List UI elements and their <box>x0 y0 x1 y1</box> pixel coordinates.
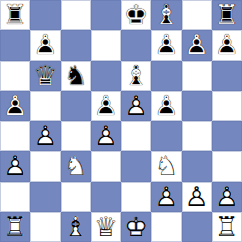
queen-outline-glyph: ♕ <box>91 212 121 242</box>
square-f7[interactable]: ♟♙ <box>151 30 181 60</box>
square-c1[interactable]: ♝♗ <box>61 212 91 242</box>
square-b3[interactable] <box>30 151 60 181</box>
pawn-outline-glyph: ♙ <box>121 91 151 121</box>
black-pawn[interactable]: ♟♙ <box>212 30 242 60</box>
square-h8[interactable]: ♜♖ <box>212 0 242 30</box>
white-pawn[interactable]: ♟♙ <box>0 151 30 181</box>
square-c4[interactable] <box>61 121 91 151</box>
black-pawn[interactable]: ♟♙ <box>151 30 181 60</box>
square-b6[interactable]: ♛♕ <box>30 61 60 91</box>
square-e8[interactable]: ♚♔ <box>121 0 151 30</box>
square-g6[interactable] <box>182 61 212 91</box>
square-e1[interactable]: ♚♔ <box>121 212 151 242</box>
knight-outline-glyph: ♘ <box>151 151 181 181</box>
black-knight[interactable]: ♞♘ <box>61 61 91 91</box>
square-g7[interactable]: ♟♙ <box>182 30 212 60</box>
pawn-outline-glyph: ♙ <box>212 182 242 212</box>
black-bishop[interactable]: ♝♗ <box>121 61 151 91</box>
square-c8[interactable] <box>61 0 91 30</box>
square-f4[interactable] <box>151 121 181 151</box>
black-rook[interactable]: ♜♖ <box>0 0 30 30</box>
bishop-outline-glyph: ♗ <box>61 212 91 242</box>
rook-outline-glyph: ♖ <box>212 212 242 242</box>
square-a1[interactable]: ♜♖ <box>0 212 30 242</box>
black-pawn[interactable]: ♟♙ <box>0 91 30 121</box>
square-h2[interactable]: ♟♙ <box>212 182 242 212</box>
square-e6[interactable]: ♝♗ <box>121 61 151 91</box>
square-e2[interactable] <box>121 182 151 212</box>
square-c3[interactable]: ♞♘ <box>61 151 91 181</box>
pawn-outline-glyph: ♙ <box>151 182 181 212</box>
bishop-outline-glyph: ♗ <box>121 61 151 91</box>
square-e5[interactable]: ♟♙ <box>121 91 151 121</box>
pawn-outline-glyph: ♙ <box>182 182 212 212</box>
square-a7[interactable] <box>0 30 30 60</box>
rook-outline-glyph: ♖ <box>0 0 30 30</box>
pawn-outline-glyph: ♙ <box>91 121 121 151</box>
pawn-outline-glyph: ♙ <box>212 30 242 60</box>
black-queen[interactable]: ♛♕ <box>30 61 60 91</box>
rook-outline-glyph: ♖ <box>0 212 30 242</box>
square-e7[interactable] <box>121 30 151 60</box>
black-pawn[interactable]: ♟♙ <box>182 30 212 60</box>
square-a5[interactable]: ♟♙ <box>0 91 30 121</box>
white-knight[interactable]: ♞♘ <box>151 151 181 181</box>
pawn-outline-glyph: ♙ <box>0 151 30 181</box>
square-f5[interactable]: ♟♙ <box>151 91 181 121</box>
white-queen[interactable]: ♛♕ <box>91 212 121 242</box>
square-a4[interactable] <box>0 121 30 151</box>
white-pawn[interactable]: ♟♙ <box>91 121 121 151</box>
square-g4[interactable] <box>182 121 212 151</box>
square-h3[interactable] <box>212 151 242 181</box>
square-b8[interactable] <box>30 0 60 30</box>
bishop-outline-glyph: ♗ <box>151 0 181 30</box>
pawn-outline-glyph: ♙ <box>30 30 60 60</box>
white-rook[interactable]: ♜♖ <box>0 212 30 242</box>
square-d5[interactable]: ♟♙ <box>91 91 121 121</box>
pawn-outline-glyph: ♙ <box>0 91 30 121</box>
black-rook[interactable]: ♜♖ <box>212 0 242 30</box>
square-h6[interactable] <box>212 61 242 91</box>
square-a3[interactable]: ♟♙ <box>0 151 30 181</box>
white-pawn[interactable]: ♟♙ <box>182 182 212 212</box>
square-h5[interactable] <box>212 91 242 121</box>
white-knight[interactable]: ♞♘ <box>61 151 91 181</box>
white-bishop[interactable]: ♝♗ <box>61 212 91 242</box>
black-king[interactable]: ♚♔ <box>121 0 151 30</box>
square-b5[interactable] <box>30 91 60 121</box>
pawn-outline-glyph: ♙ <box>182 30 212 60</box>
square-g3[interactable] <box>182 151 212 181</box>
square-a8[interactable]: ♜♖ <box>0 0 30 30</box>
square-h7[interactable]: ♟♙ <box>212 30 242 60</box>
square-c2[interactable] <box>61 182 91 212</box>
square-f1[interactable] <box>151 212 181 242</box>
square-f6[interactable] <box>151 61 181 91</box>
knight-outline-glyph: ♘ <box>61 151 91 181</box>
square-g2[interactable]: ♟♙ <box>182 182 212 212</box>
pawn-outline-glyph: ♙ <box>91 91 121 121</box>
king-outline-glyph: ♔ <box>121 212 151 242</box>
square-d4[interactable]: ♟♙ <box>91 121 121 151</box>
square-f2[interactable]: ♟♙ <box>151 182 181 212</box>
black-pawn[interactable]: ♟♙ <box>151 91 181 121</box>
square-f3[interactable]: ♞♘ <box>151 151 181 181</box>
square-g8[interactable] <box>182 0 212 30</box>
white-pawn[interactable]: ♟♙ <box>212 182 242 212</box>
square-a6[interactable] <box>0 61 30 91</box>
square-g1[interactable] <box>182 212 212 242</box>
square-g5[interactable] <box>182 91 212 121</box>
square-h4[interactable] <box>212 121 242 151</box>
square-c6[interactable]: ♞♘ <box>61 61 91 91</box>
white-pawn[interactable]: ♟♙ <box>151 182 181 212</box>
square-d1[interactable]: ♛♕ <box>91 212 121 242</box>
square-d8[interactable] <box>91 0 121 30</box>
white-pawn[interactable]: ♟♙ <box>121 91 151 121</box>
knight-outline-glyph: ♘ <box>61 61 91 91</box>
queen-outline-glyph: ♕ <box>30 61 60 91</box>
rook-outline-glyph: ♖ <box>212 0 242 30</box>
pawn-outline-glyph: ♙ <box>30 121 60 151</box>
square-c7[interactable] <box>61 30 91 60</box>
square-b2[interactable] <box>30 182 60 212</box>
square-h1[interactable]: ♜♖ <box>212 212 242 242</box>
square-b7[interactable]: ♟♙ <box>30 30 60 60</box>
white-rook[interactable]: ♜♖ <box>212 212 242 242</box>
black-pawn[interactable]: ♟♙ <box>30 30 60 60</box>
black-bishop[interactable]: ♝♗ <box>151 0 181 30</box>
square-f8[interactable]: ♝♗ <box>151 0 181 30</box>
square-d6[interactable] <box>91 61 121 91</box>
square-a2[interactable] <box>0 182 30 212</box>
king-outline-glyph: ♔ <box>121 0 151 30</box>
square-d7[interactable] <box>91 30 121 60</box>
pawn-outline-glyph: ♙ <box>151 30 181 60</box>
square-c5[interactable] <box>61 91 91 121</box>
square-d3[interactable] <box>91 151 121 181</box>
pawn-outline-glyph: ♙ <box>151 91 181 121</box>
white-pawn[interactable]: ♟♙ <box>30 121 60 151</box>
square-d2[interactable] <box>91 182 121 212</box>
black-pawn[interactable]: ♟♙ <box>91 91 121 121</box>
square-b4[interactable]: ♟♙ <box>30 121 60 151</box>
square-e4[interactable] <box>121 121 151 151</box>
square-e3[interactable] <box>121 151 151 181</box>
white-king[interactable]: ♚♔ <box>121 212 151 242</box>
chess-board: ♜♖♚♔♝♗♜♖♟♙♟♙♟♙♟♙♛♕♞♘♝♗♟♙♟♙♟♙♟♙♟♙♟♙♟♙♞♘♞♘… <box>0 0 242 242</box>
square-b1[interactable] <box>30 212 60 242</box>
